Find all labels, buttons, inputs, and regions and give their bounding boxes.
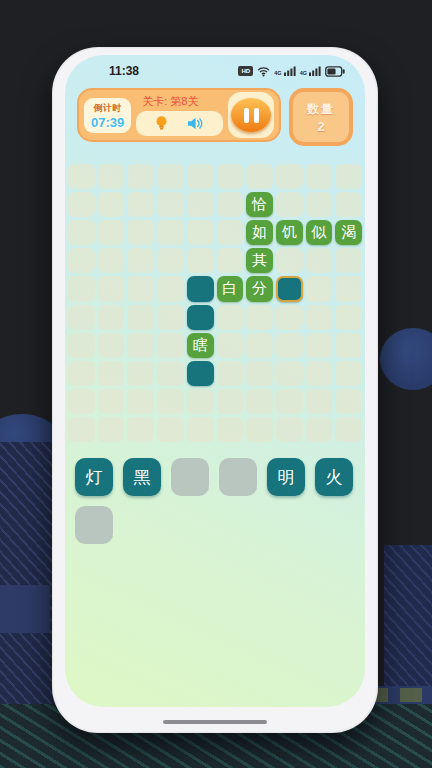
grid-cell <box>306 417 333 442</box>
grid-cell <box>187 389 214 414</box>
sound-speaker-icon[interactable] <box>187 117 204 130</box>
grid-cell <box>246 389 273 414</box>
tray-slot-used <box>171 458 209 496</box>
grid-cell <box>187 220 214 245</box>
clock: 11:38 <box>109 64 139 78</box>
grid-cell <box>306 192 333 217</box>
grid-tile[interactable]: 如 <box>246 220 273 245</box>
grid-cell <box>127 276 154 301</box>
pause-bar <box>254 108 259 123</box>
grid-cell <box>127 305 154 330</box>
counter-value: 2 <box>317 119 324 134</box>
grid-cell <box>68 333 95 358</box>
grid-cell <box>276 192 303 217</box>
grid-cell <box>335 248 362 273</box>
grid-cell <box>157 220 184 245</box>
grid-cell <box>217 192 244 217</box>
grid-cell <box>217 361 244 386</box>
cellular-signal-icon: 4G <box>274 66 295 76</box>
grid-cell <box>335 164 362 189</box>
grid-cell <box>157 417 184 442</box>
grid-cell <box>276 417 303 442</box>
level-label: 关卡: 第8关 <box>136 94 223 109</box>
grid-empty-slot[interactable] <box>187 276 214 301</box>
tray-tile[interactable]: 灯 <box>75 458 113 496</box>
grid-cell <box>306 389 333 414</box>
tray-tile[interactable]: 明 <box>267 458 305 496</box>
hd-icon: HD <box>238 66 253 76</box>
pause-button-wrap <box>228 92 274 138</box>
grid-tile[interactable]: 似 <box>306 220 333 245</box>
phone-frame: 11:38 HD 4G <box>52 47 378 733</box>
wifi-icon <box>257 66 270 77</box>
grid-cell <box>68 417 95 442</box>
grid-cell <box>187 164 214 189</box>
grid-cell <box>217 389 244 414</box>
grid-cell <box>217 305 244 330</box>
grid-cell <box>335 192 362 217</box>
city-dome-right <box>380 328 432 390</box>
grid-cell <box>335 361 362 386</box>
tray-slot-used <box>75 506 113 544</box>
tray-slot-used <box>219 458 257 496</box>
grid-cell <box>335 276 362 301</box>
grid-tile[interactable]: 其 <box>246 248 273 273</box>
pause-bar <box>244 108 249 123</box>
grid-tile[interactable]: 渴 <box>335 220 362 245</box>
status-bar: 11:38 HD 4G <box>65 55 365 79</box>
grid-tile[interactable]: 恰 <box>246 192 273 217</box>
grid-cell <box>127 248 154 273</box>
grid-cell <box>157 333 184 358</box>
grid-tile[interactable]: 饥 <box>276 220 303 245</box>
grid-cell <box>157 361 184 386</box>
cellular-signal-icon-2: 4G <box>300 66 321 76</box>
grid-cell <box>98 192 125 217</box>
grid-cell <box>306 361 333 386</box>
grid-cell <box>127 389 154 414</box>
grid-cell <box>98 389 125 414</box>
grid-cell <box>217 220 244 245</box>
grid-cell <box>157 248 184 273</box>
grid-cell <box>276 305 303 330</box>
grid-cell <box>127 220 154 245</box>
grid-cell <box>187 248 214 273</box>
grid-cell <box>98 276 125 301</box>
countdown-timer: 倒计时 07:39 <box>84 98 131 133</box>
grid-cell <box>68 220 95 245</box>
status-icons: HD 4G <box>238 66 345 77</box>
hint-bulb-icon[interactable] <box>155 116 168 131</box>
grid-cell <box>187 417 214 442</box>
grid-cell <box>306 333 333 358</box>
countdown-label: 倒计时 <box>91 102 124 115</box>
grid-cell <box>68 389 95 414</box>
letter-tray: 灯黑明火 <box>75 458 355 544</box>
top-bar: 倒计时 07:39 关卡: 第8关 <box>77 88 353 146</box>
grid-cell <box>98 220 125 245</box>
grid-cell <box>127 333 154 358</box>
city-building-left-band <box>0 585 50 633</box>
grid-cell <box>276 164 303 189</box>
grid-cell <box>157 164 184 189</box>
grid-cell <box>246 333 273 358</box>
grid-cell <box>246 417 273 442</box>
grid-cell <box>68 192 95 217</box>
grid-cell <box>68 276 95 301</box>
counter-label: 数量 <box>307 101 335 118</box>
grid-cell <box>68 248 95 273</box>
grid-cell <box>246 305 273 330</box>
grid-cell <box>157 305 184 330</box>
grid-cell <box>98 333 125 358</box>
tray-tile[interactable]: 火 <box>315 458 353 496</box>
grid-cell <box>98 248 125 273</box>
grid-selected-slot[interactable] <box>276 276 303 301</box>
grid-cell <box>98 305 125 330</box>
grid-cell <box>68 305 95 330</box>
grid-tile[interactable]: 分 <box>246 276 273 301</box>
grid-cell <box>187 192 214 217</box>
countdown-value: 07:39 <box>91 115 124 130</box>
grid-cell <box>127 361 154 386</box>
crossword-board: 恰如饥似渴其白分瞎 <box>68 164 362 442</box>
grid-cell <box>276 333 303 358</box>
grid-cell <box>127 192 154 217</box>
tools-pill <box>136 111 223 136</box>
grid-cell <box>276 361 303 386</box>
grid-cell <box>127 164 154 189</box>
grid-cell <box>127 417 154 442</box>
hud-panel: 倒计时 07:39 关卡: 第8关 <box>77 88 281 142</box>
grid-cell <box>157 389 184 414</box>
grid-cell <box>306 164 333 189</box>
tray-tile[interactable]: 黑 <box>123 458 161 496</box>
grid-tile[interactable]: 瞎 <box>187 333 214 358</box>
grid-empty-slot[interactable] <box>187 361 214 386</box>
battery-icon <box>325 66 345 77</box>
grid-cell <box>217 333 244 358</box>
grid-cell <box>98 164 125 189</box>
grid-tile[interactable]: 白 <box>217 276 244 301</box>
grid-cell <box>157 276 184 301</box>
grid-cell <box>98 361 125 386</box>
grid-cell <box>217 417 244 442</box>
grid-cell <box>335 389 362 414</box>
grid-cell <box>157 192 184 217</box>
grid-cell <box>276 248 303 273</box>
grid-cell <box>68 164 95 189</box>
grid-cell <box>246 164 273 189</box>
pause-button[interactable] <box>231 98 271 132</box>
grid-cell <box>217 248 244 273</box>
home-indicator[interactable] <box>163 720 267 724</box>
app-background: 11:38 HD 4G <box>0 0 432 768</box>
grid-cell <box>335 305 362 330</box>
grid-empty-slot[interactable] <box>187 305 214 330</box>
grid-cell <box>98 417 125 442</box>
counter-panel: 数量 2 <box>289 88 353 146</box>
grid-cell <box>306 305 333 330</box>
grid-cell <box>335 417 362 442</box>
grid-cell <box>335 333 362 358</box>
phone-screen: 11:38 HD 4G <box>65 55 365 707</box>
grid-cell <box>217 164 244 189</box>
grid-cell <box>68 361 95 386</box>
grid-cell <box>246 361 273 386</box>
grid-cell <box>306 248 333 273</box>
grid-cell <box>306 276 333 301</box>
grid-cell <box>276 389 303 414</box>
